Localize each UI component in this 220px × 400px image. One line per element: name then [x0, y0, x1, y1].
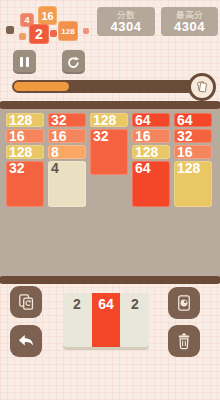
trash-icon — [175, 332, 193, 350]
undo-arrow-icon — [16, 331, 36, 351]
tile-128: 128 — [6, 113, 44, 127]
tile-128: 128 — [174, 161, 212, 207]
board-column-1[interactable]: 1281612832 — [6, 113, 44, 207]
board-bottom-divider — [0, 276, 220, 284]
preview-tile-64: 64 — [92, 293, 120, 347]
game-screen: 4 16 2 128 分数 4304 最高分 4304 — [0, 0, 220, 400]
best-score-panel: 最高分 4304 — [161, 7, 218, 36]
board-columns: 1281612832 321684 12832 641612864 643216… — [6, 113, 212, 207]
tile-4: 4 — [48, 161, 86, 207]
logo-tile-16: 16 — [38, 6, 57, 25]
trash-button[interactable] — [168, 325, 200, 357]
score-value: 4304 — [111, 20, 142, 34]
tile-128: 128 — [90, 113, 128, 127]
score-label: 分数 — [117, 10, 135, 20]
tile-64: 64 — [174, 113, 212, 127]
logo-dot-orange — [19, 33, 26, 40]
restart-icon — [66, 55, 81, 70]
progress-bar — [12, 80, 207, 93]
pause-icon — [19, 55, 31, 70]
preview-tile-2: 2 — [121, 293, 149, 347]
best-score-label: 最高分 — [176, 10, 203, 20]
tile-64: 64 — [132, 113, 170, 127]
tile-8: 8 — [48, 145, 86, 159]
tile-32: 32 — [174, 129, 212, 143]
board-column-4[interactable]: 641612864 — [132, 113, 170, 207]
progress-fill — [14, 82, 69, 91]
tile-128: 128 — [6, 145, 44, 159]
card-ball-icon — [175, 294, 193, 312]
swap-cards-button[interactable] — [10, 286, 42, 318]
app-logo: 4 16 2 128 — [0, 0, 95, 50]
magic-card-button[interactable] — [168, 287, 200, 319]
restart-button[interactable] — [62, 50, 85, 74]
score-panel: 分数 4304 — [97, 7, 155, 36]
preview-tile-2: 2 — [63, 293, 91, 347]
best-score-value: 4304 — [174, 20, 205, 34]
logo-tile-2: 2 — [29, 24, 49, 44]
tile-16: 16 — [6, 129, 44, 143]
pause-button[interactable] — [13, 50, 36, 74]
tile-32: 32 — [48, 113, 86, 127]
logo-dot-brown — [6, 26, 14, 34]
logo-tile-128: 128 — [58, 21, 78, 41]
cards-item-icon — [194, 79, 210, 95]
tile-32: 32 — [6, 161, 44, 207]
next-tiles-preview: 2642 — [63, 293, 149, 347]
board-column-5[interactable]: 643216128 — [174, 113, 212, 207]
board-column-3[interactable]: 12832 — [90, 113, 128, 207]
tile-32: 32 — [90, 129, 128, 175]
board-column-2[interactable]: 321684 — [48, 113, 86, 207]
swap-cards-icon — [17, 293, 36, 312]
undo-button[interactable] — [10, 325, 42, 357]
logo-dot-salmon — [83, 28, 89, 34]
tile-64: 64 — [132, 161, 170, 207]
tile-16: 16 — [132, 129, 170, 143]
tile-128: 128 — [132, 145, 170, 159]
logo-dot-red — [50, 30, 57, 37]
tile-16: 16 — [174, 145, 212, 159]
progress-item-button[interactable] — [188, 73, 216, 101]
tile-16: 16 — [48, 129, 86, 143]
board-top-divider — [0, 101, 220, 109]
